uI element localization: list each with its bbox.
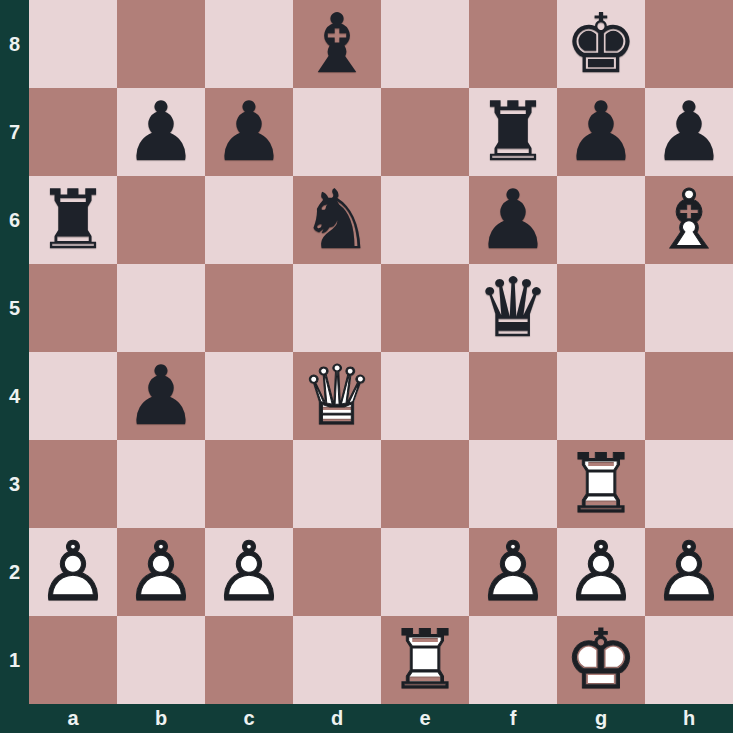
- square-g6[interactable]: [557, 176, 645, 264]
- square-d1[interactable]: [293, 616, 381, 704]
- square-e4[interactable]: [381, 352, 469, 440]
- file-label-a: a: [29, 704, 117, 733]
- white-rook[interactable]: ♜♖: [388, 616, 462, 704]
- black-rook[interactable]: ♜: [476, 88, 550, 176]
- rank-label-2: 2: [0, 528, 29, 616]
- rank-label-3: 3: [0, 440, 29, 528]
- square-h3[interactable]: [645, 440, 733, 528]
- black-pawn[interactable]: ♟: [124, 88, 198, 176]
- piece-outline-glyph: ♖: [564, 440, 638, 528]
- square-c1[interactable]: [205, 616, 293, 704]
- square-e7[interactable]: [381, 88, 469, 176]
- rank-label-1: 1: [0, 616, 29, 704]
- square-h5[interactable]: [645, 264, 733, 352]
- black-pawn[interactable]: ♟: [124, 352, 198, 440]
- white-bishop[interactable]: ♝♗: [652, 176, 726, 264]
- square-a4[interactable]: [29, 352, 117, 440]
- square-a6[interactable]: ♜: [29, 176, 117, 264]
- piece-outline-glyph: ♗: [652, 176, 726, 264]
- rank-label-6: 6: [0, 176, 29, 264]
- rank-labels: 87654321: [0, 0, 29, 704]
- piece-outline-glyph: ♙: [212, 528, 286, 616]
- square-b8[interactable]: [117, 0, 205, 88]
- piece-outline-glyph: ♔: [564, 616, 638, 704]
- square-e6[interactable]: [381, 176, 469, 264]
- white-rook[interactable]: ♜♖: [564, 440, 638, 528]
- square-d2[interactable]: [293, 528, 381, 616]
- piece-outline-glyph: ♙: [36, 528, 110, 616]
- piece-outline-glyph: ♕: [300, 352, 374, 440]
- file-label-d: d: [293, 704, 381, 733]
- square-g8[interactable]: ♚: [557, 0, 645, 88]
- square-a5[interactable]: [29, 264, 117, 352]
- square-f6[interactable]: ♟: [469, 176, 557, 264]
- square-e8[interactable]: [381, 0, 469, 88]
- white-pawn[interactable]: ♟♙: [36, 528, 110, 616]
- black-pawn[interactable]: ♟: [476, 176, 550, 264]
- square-d7[interactable]: [293, 88, 381, 176]
- square-e5[interactable]: [381, 264, 469, 352]
- white-pawn[interactable]: ♟♙: [564, 528, 638, 616]
- square-h6[interactable]: ♝♗: [645, 176, 733, 264]
- piece-outline-glyph: ♙: [124, 528, 198, 616]
- white-queen[interactable]: ♛♕: [300, 352, 374, 440]
- square-c3[interactable]: [205, 440, 293, 528]
- square-a3[interactable]: [29, 440, 117, 528]
- square-b4[interactable]: ♟: [117, 352, 205, 440]
- square-f3[interactable]: [469, 440, 557, 528]
- square-b2[interactable]: ♟♙: [117, 528, 205, 616]
- square-e1[interactable]: ♜♖: [381, 616, 469, 704]
- square-b6[interactable]: [117, 176, 205, 264]
- piece-outline-glyph: ♙: [564, 528, 638, 616]
- square-d5[interactable]: [293, 264, 381, 352]
- white-king[interactable]: ♚♔: [564, 616, 638, 704]
- square-d4[interactable]: ♛♕: [293, 352, 381, 440]
- square-d3[interactable]: [293, 440, 381, 528]
- square-f2[interactable]: ♟♙: [469, 528, 557, 616]
- black-pawn[interactable]: ♟: [652, 88, 726, 176]
- square-g4[interactable]: [557, 352, 645, 440]
- piece-outline-glyph: ♖: [388, 616, 462, 704]
- square-c6[interactable]: [205, 176, 293, 264]
- white-pawn[interactable]: ♟♙: [124, 528, 198, 616]
- rank-label-5: 5: [0, 264, 29, 352]
- square-h1[interactable]: [645, 616, 733, 704]
- square-a8[interactable]: [29, 0, 117, 88]
- piece-outline-glyph: ♙: [476, 528, 550, 616]
- square-h7[interactable]: ♟: [645, 88, 733, 176]
- square-e3[interactable]: [381, 440, 469, 528]
- file-label-g: g: [557, 704, 645, 733]
- rank-label-8: 8: [0, 0, 29, 88]
- white-pawn[interactable]: ♟♙: [652, 528, 726, 616]
- square-g7[interactable]: ♟: [557, 88, 645, 176]
- square-b5[interactable]: [117, 264, 205, 352]
- square-g2[interactable]: ♟♙: [557, 528, 645, 616]
- file-label-b: b: [117, 704, 205, 733]
- black-pawn[interactable]: ♟: [212, 88, 286, 176]
- rank-label-4: 4: [0, 352, 29, 440]
- rank-label-7: 7: [0, 88, 29, 176]
- square-c2[interactable]: ♟♙: [205, 528, 293, 616]
- chess-board[interactable]: ♝♚♟♟♜♟♟♜♞♟♝♗♛♟♛♕♜♖♟♙♟♙♟♙♟♙♟♙♟♙♜♖♚♔: [29, 0, 733, 704]
- square-f8[interactable]: [469, 0, 557, 88]
- square-b7[interactable]: ♟: [117, 88, 205, 176]
- square-a1[interactable]: [29, 616, 117, 704]
- square-d6[interactable]: ♞: [293, 176, 381, 264]
- square-g3[interactable]: ♜♖: [557, 440, 645, 528]
- square-c7[interactable]: ♟: [205, 88, 293, 176]
- square-f5[interactable]: ♛: [469, 264, 557, 352]
- chess-board-frame: 87654321 ♝♚♟♟♜♟♟♜♞♟♝♗♛♟♛♕♜♖♟♙♟♙♟♙♟♙♟♙♟♙♜…: [0, 0, 733, 733]
- square-h2[interactable]: ♟♙: [645, 528, 733, 616]
- square-f7[interactable]: ♜: [469, 88, 557, 176]
- black-knight[interactable]: ♞: [300, 176, 374, 264]
- square-d8[interactable]: ♝: [293, 0, 381, 88]
- black-queen[interactable]: ♛: [476, 264, 550, 352]
- square-h4[interactable]: [645, 352, 733, 440]
- file-label-c: c: [205, 704, 293, 733]
- white-pawn[interactable]: ♟♙: [212, 528, 286, 616]
- black-rook[interactable]: ♜: [36, 176, 110, 264]
- white-pawn[interactable]: ♟♙: [476, 528, 550, 616]
- square-a7[interactable]: [29, 88, 117, 176]
- board-corner: [0, 704, 29, 733]
- square-a2[interactable]: ♟♙: [29, 528, 117, 616]
- square-g1[interactable]: ♚♔: [557, 616, 645, 704]
- square-f4[interactable]: [469, 352, 557, 440]
- black-pawn[interactable]: ♟: [564, 88, 638, 176]
- piece-outline-glyph: ♙: [652, 528, 726, 616]
- file-labels: abcdefgh: [29, 704, 733, 733]
- square-c8[interactable]: [205, 0, 293, 88]
- square-b1[interactable]: [117, 616, 205, 704]
- square-e2[interactable]: [381, 528, 469, 616]
- file-label-f: f: [469, 704, 557, 733]
- square-h8[interactable]: [645, 0, 733, 88]
- black-king[interactable]: ♚: [564, 0, 638, 88]
- square-f1[interactable]: [469, 616, 557, 704]
- square-c4[interactable]: [205, 352, 293, 440]
- square-b3[interactable]: [117, 440, 205, 528]
- file-label-h: h: [645, 704, 733, 733]
- black-bishop[interactable]: ♝: [300, 0, 374, 88]
- file-label-e: e: [381, 704, 469, 733]
- square-c5[interactable]: [205, 264, 293, 352]
- square-g5[interactable]: [557, 264, 645, 352]
